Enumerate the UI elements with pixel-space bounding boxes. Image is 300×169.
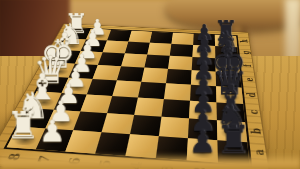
square-e6[interactable] bbox=[93, 65, 121, 80]
square-f5[interactable] bbox=[121, 53, 147, 67]
square-b4[interactable] bbox=[130, 115, 161, 136]
file-label-g: g bbox=[234, 49, 258, 57]
square-c3[interactable] bbox=[161, 99, 190, 118]
square-f3[interactable] bbox=[168, 56, 193, 70]
file-label-h: h bbox=[233, 37, 256, 45]
square-b5[interactable] bbox=[101, 113, 134, 134]
board-grid: ♜♟♟♜♞♟♟♞♝♟♟♝♚♟♟♚♛♟♟♛♝♟♟♝♞♟♟♞♜♟♟♜ bbox=[3, 27, 252, 167]
square-e3[interactable] bbox=[166, 69, 192, 85]
square-d5[interactable] bbox=[112, 80, 141, 97]
square-e5[interactable] bbox=[117, 66, 145, 82]
square-d4[interactable] bbox=[138, 82, 166, 99]
board-frame: ♜♟♟♜♞♟♟♞♝♟♟♝♚♟♟♚♛♟♟♛♝♟♟♝♞♟♟♞♜♟♟♜ 8765432… bbox=[0, 24, 273, 169]
square-d6[interactable] bbox=[87, 79, 117, 96]
square-c5[interactable] bbox=[107, 96, 138, 115]
square-d3[interactable] bbox=[164, 83, 191, 100]
scene: ♜♟♟♜♞♟♟♞♝♟♟♝♚♟♟♚♛♟♟♛♝♟♟♝♞♟♟♞♜♟♟♜ 8765432… bbox=[0, 0, 300, 169]
piece-white-rook[interactable]: ♜ bbox=[6, 106, 40, 144]
square-f4[interactable] bbox=[144, 55, 169, 69]
chess-board: ♜♟♟♜♞♟♟♞♝♟♟♝♚♟♟♚♛♟♟♛♝♟♟♝♞♟♟♞♜♟♟♜ 8765432… bbox=[0, 24, 273, 169]
piece-white-pawn[interactable]: ♟ bbox=[39, 116, 66, 146]
square-c4[interactable] bbox=[134, 98, 164, 117]
board-perspective-wrap: ♜♟♟♜♞♟♟♞♝♟♟♝♚♟♟♚♛♟♟♛♝♟♟♝♞♟♟♞♜♟♟♜ 8765432… bbox=[0, 0, 300, 169]
square-b3[interactable] bbox=[159, 117, 189, 139]
foreground-blur bbox=[0, 153, 300, 169]
square-e4[interactable] bbox=[141, 68, 168, 84]
square-g3[interactable] bbox=[170, 44, 193, 57]
